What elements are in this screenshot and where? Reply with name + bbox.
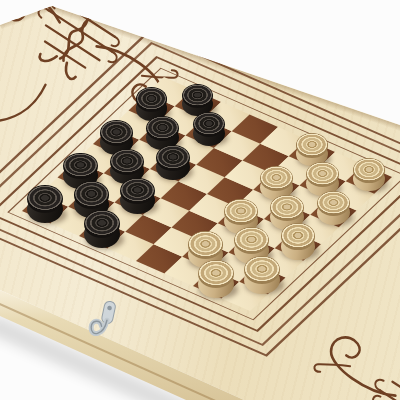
board-photo-scene	[0, 0, 400, 400]
board-aligned-space	[22, 77, 392, 311]
lid-top-left-edge-bevel	[0, 6, 54, 30]
